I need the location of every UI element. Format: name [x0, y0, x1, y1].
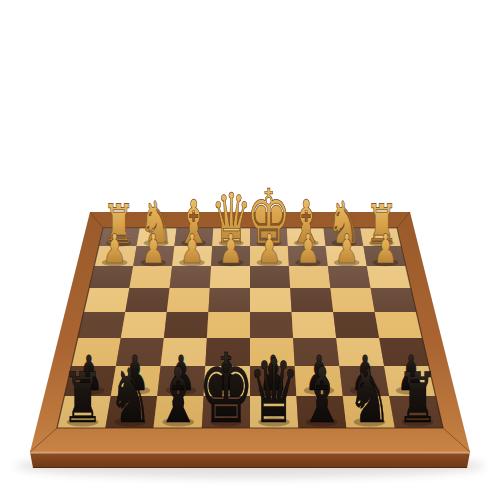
chess-set-photo: ♜♞♝♛♚♝♞♜♟♟♟♟♟♟♟♟♟♟♟♟♟♟♟♟♜♞♝♚♛♝♞♜ — [0, 0, 500, 500]
piece-white-pawn: ♟ — [335, 225, 359, 272]
piece-black-knight: ♞ — [348, 354, 392, 440]
piece-white-pawn: ♟ — [373, 225, 397, 272]
piece-black-bishop: ♝ — [299, 351, 344, 440]
piece-black-rook: ♜ — [397, 357, 438, 438]
piece-white-pawn: ♟ — [257, 225, 281, 272]
piece-white-pawn: ♟ — [180, 225, 204, 272]
piece-black-bishop: ♝ — [156, 351, 201, 440]
piece-white-pawn: ♟ — [103, 225, 127, 272]
piece-white-pawn: ♟ — [219, 225, 243, 272]
piece-black-knight: ♞ — [108, 354, 152, 440]
piece-black-king: ♚ — [198, 333, 255, 444]
chess-board: ♜♞♝♛♚♝♞♜♟♟♟♟♟♟♟♟♟♟♟♟♟♟♟♟♜♞♝♚♛♝♞♜ — [0, 0, 500, 500]
piece-white-pawn: ♟ — [296, 225, 320, 272]
piece-black-rook: ♜ — [62, 357, 103, 438]
board-frame-front-edge — [30, 452, 470, 468]
piece-black-queen: ♛ — [248, 339, 300, 443]
piece-white-pawn: ♟ — [141, 225, 165, 272]
